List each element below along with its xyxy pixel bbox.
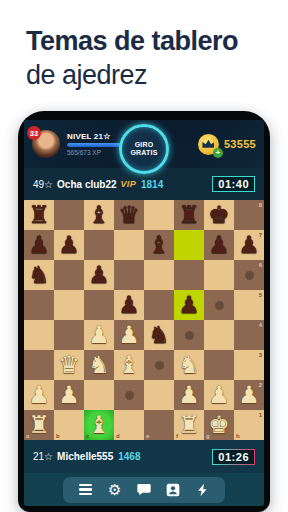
- black-pawn[interactable]: ♟: [114, 290, 144, 320]
- white-pawn[interactable]: ♟: [54, 380, 84, 410]
- square-c5[interactable]: [84, 290, 114, 320]
- square-c2[interactable]: [84, 380, 114, 410]
- square-b8[interactable]: [54, 200, 84, 230]
- free-spin-button[interactable]: GIRO GRATIS: [119, 124, 169, 174]
- square-g8[interactable]: ♚: [204, 200, 234, 230]
- black-pawn[interactable]: ♟: [54, 230, 84, 260]
- square-b1[interactable]: b: [54, 410, 84, 440]
- file-label: d: [116, 433, 120, 439]
- square-e8[interactable]: [144, 200, 174, 230]
- square-d7[interactable]: [114, 230, 144, 260]
- menu-icon[interactable]: [77, 481, 95, 499]
- square-d4[interactable]: ♟: [114, 320, 144, 350]
- square-f1[interactable]: ♜f: [174, 410, 204, 440]
- white-pawn[interactable]: ♟: [174, 380, 204, 410]
- square-a5[interactable]: [24, 290, 54, 320]
- rank-label: 6: [259, 262, 262, 268]
- square-e4[interactable]: ♞: [144, 320, 174, 350]
- move-hint-dot[interactable]: [125, 391, 134, 400]
- rank-label: 5: [259, 292, 262, 298]
- file-label: f: [176, 433, 178, 439]
- file-label: h: [236, 433, 240, 439]
- page-title: Temas de tablero de ajedrez: [26, 24, 238, 92]
- player-name: Michelle555: [57, 451, 113, 462]
- add-coins-icon[interactable]: +: [213, 148, 223, 158]
- square-c1[interactable]: ♝c: [84, 410, 114, 440]
- black-rook[interactable]: ♜: [174, 200, 204, 230]
- square-f5[interactable]: ♟: [174, 290, 204, 320]
- square-g2[interactable]: ♟: [204, 380, 234, 410]
- square-c7[interactable]: [84, 230, 114, 260]
- move-hint-dot[interactable]: [155, 361, 164, 370]
- player-clock: 01:26: [212, 449, 255, 465]
- page-title-line1: Temas de tablero: [26, 24, 238, 58]
- square-e2[interactable]: [144, 380, 174, 410]
- crown-icon: [202, 140, 214, 149]
- toolbar-pill: ⚙: [63, 477, 225, 503]
- square-c8[interactable]: ♝: [84, 200, 114, 230]
- square-f7[interactable]: [174, 230, 204, 260]
- square-a4[interactable]: [24, 320, 54, 350]
- opponent-level: 49☆: [33, 179, 53, 190]
- coin-amount: 53555: [224, 138, 256, 150]
- app-screen: 33 NIVEL 21☆ 565/673 XP GIRO GRATIS + 53…: [24, 120, 264, 506]
- rank-label: 3: [259, 352, 262, 358]
- free-spin-line1: GIRO: [135, 141, 154, 149]
- player-bar: 21☆ Michelle555 1468 01:26: [24, 440, 264, 473]
- white-pawn[interactable]: ♟: [84, 320, 114, 350]
- square-f4[interactable]: [174, 320, 204, 350]
- square-h4[interactable]: 4: [234, 320, 264, 350]
- white-pawn[interactable]: ♟: [24, 380, 54, 410]
- player-rating: 1468: [118, 451, 140, 462]
- player-level: 21☆: [33, 451, 53, 462]
- black-king[interactable]: ♚: [204, 200, 234, 230]
- square-c6[interactable]: ♟: [84, 260, 114, 290]
- square-a2[interactable]: ♟: [24, 380, 54, 410]
- square-h1[interactable]: h1: [234, 410, 264, 440]
- free-spin-line2: GRATIS: [130, 149, 157, 157]
- square-e5[interactable]: [144, 290, 174, 320]
- white-rook[interactable]: ♜: [174, 410, 204, 440]
- square-a7[interactable]: ♟: [24, 230, 54, 260]
- chat-icon[interactable]: [135, 481, 153, 499]
- rematch-icon[interactable]: [193, 481, 211, 499]
- square-d3[interactable]: ♝: [114, 350, 144, 380]
- phone-frame: 33 NIVEL 21☆ 565/673 XP GIRO GRATIS + 53…: [18, 111, 270, 512]
- square-e7[interactable]: ♝: [144, 230, 174, 260]
- square-b5[interactable]: [54, 290, 84, 320]
- square-b4[interactable]: [54, 320, 84, 350]
- white-knight[interactable]: ♞: [84, 350, 114, 380]
- square-f8[interactable]: ♜: [174, 200, 204, 230]
- white-knight[interactable]: ♞: [174, 350, 204, 380]
- top-hud-bar: 33 NIVEL 21☆ 565/673 XP GIRO GRATIS + 53…: [24, 120, 264, 168]
- file-label: c: [86, 433, 89, 439]
- opponent-name: Ocha club22: [57, 179, 116, 190]
- black-pawn[interactable]: ♟: [84, 260, 114, 290]
- square-g1[interactable]: ♚g: [204, 410, 234, 440]
- square-f3[interactable]: ♞: [174, 350, 204, 380]
- square-h5[interactable]: 5: [234, 290, 264, 320]
- page-title-line2: de ajedrez: [26, 58, 238, 92]
- square-h8[interactable]: 8: [234, 200, 264, 230]
- white-bishop[interactable]: ♝: [114, 350, 144, 380]
- black-knight[interactable]: ♞: [144, 320, 174, 350]
- square-b2[interactable]: ♟: [54, 380, 84, 410]
- black-knight[interactable]: ♞: [24, 260, 54, 290]
- square-a3[interactable]: [24, 350, 54, 380]
- notification-badge: 33: [27, 126, 41, 140]
- file-label: g: [206, 433, 210, 439]
- black-bishop[interactable]: ♝: [84, 200, 114, 230]
- rank-label: 8: [259, 202, 262, 208]
- square-f6[interactable]: [174, 260, 204, 290]
- square-b7[interactable]: ♟: [54, 230, 84, 260]
- square-d6[interactable]: [114, 260, 144, 290]
- square-g5[interactable]: [204, 290, 234, 320]
- square-g3[interactable]: [204, 350, 234, 380]
- file-label: a: [26, 433, 29, 439]
- square-d5[interactable]: ♟: [114, 290, 144, 320]
- square-h3[interactable]: 3: [234, 350, 264, 380]
- move-hint-dot[interactable]: [215, 301, 224, 310]
- black-pawn[interactable]: ♟: [204, 230, 234, 260]
- profile-avatar[interactable]: 33: [32, 130, 60, 158]
- square-e6[interactable]: [144, 260, 174, 290]
- coin-balance[interactable]: + 53555: [198, 134, 256, 155]
- square-e3[interactable]: [144, 350, 174, 380]
- rank-label: 1: [259, 412, 262, 418]
- square-d8[interactable]: ♛: [114, 200, 144, 230]
- square-f2[interactable]: ♟: [174, 380, 204, 410]
- square-g4[interactable]: [204, 320, 234, 350]
- square-e1[interactable]: e: [144, 410, 174, 440]
- friends-icon[interactable]: [164, 481, 182, 499]
- opponent-rating: 1814: [141, 179, 163, 190]
- square-a1[interactable]: ♜a: [24, 410, 54, 440]
- square-d1[interactable]: d: [114, 410, 144, 440]
- square-b6[interactable]: [54, 260, 84, 290]
- move-hint-dot[interactable]: [245, 271, 254, 280]
- square-h7[interactable]: ♟7: [234, 230, 264, 260]
- xp-fill: [67, 143, 121, 147]
- square-d2[interactable]: [114, 380, 144, 410]
- vip-badge: VIP: [121, 179, 136, 189]
- black-pawn[interactable]: ♟: [24, 230, 54, 260]
- settings-gear-icon[interactable]: ⚙: [106, 481, 124, 499]
- file-label: b: [56, 433, 60, 439]
- bottom-toolbar: ⚙: [24, 473, 264, 506]
- square-a6[interactable]: ♞: [24, 260, 54, 290]
- opponent-clock: 01:40: [212, 176, 255, 192]
- white-pawn[interactable]: ♟: [204, 380, 234, 410]
- file-label: e: [146, 433, 149, 439]
- square-a8[interactable]: ♜: [24, 200, 54, 230]
- rank-label: 7: [259, 232, 262, 238]
- black-queen[interactable]: ♛: [114, 200, 144, 230]
- white-pawn[interactable]: ♟: [114, 320, 144, 350]
- crown-coin-icon: +: [198, 134, 219, 155]
- square-b3[interactable]: ♛: [54, 350, 84, 380]
- black-bishop[interactable]: ♝: [144, 230, 174, 260]
- square-g7[interactable]: ♟: [204, 230, 234, 260]
- chess-board[interactable]: ♜♝♛♜♚8♟♟♝♟♟7♞♟6♟♟5♟♟♞4♛♞♝♞3♟♟♟♟♟2♜ab♝cde…: [24, 200, 264, 440]
- move-hint-dot[interactable]: [185, 331, 194, 340]
- rank-label: 2: [259, 382, 262, 388]
- rank-label: 4: [259, 322, 262, 328]
- square-c4[interactable]: ♟: [84, 320, 114, 350]
- square-h6[interactable]: 6: [234, 260, 264, 290]
- square-c3[interactable]: ♞: [84, 350, 114, 380]
- square-g6[interactable]: [204, 260, 234, 290]
- black-rook[interactable]: ♜: [24, 200, 54, 230]
- black-pawn[interactable]: ♟: [174, 290, 204, 320]
- white-queen[interactable]: ♛: [54, 350, 84, 380]
- square-h2[interactable]: ♟2: [234, 380, 264, 410]
